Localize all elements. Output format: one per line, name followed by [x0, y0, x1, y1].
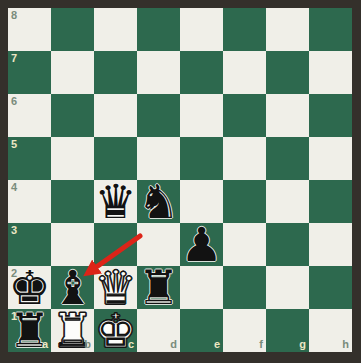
file-label-a: a [42, 339, 48, 350]
black-queen[interactable]: ♛ [94, 180, 137, 223]
file-label-d: d [170, 339, 177, 350]
square-b6[interactable] [51, 94, 94, 137]
square-g8[interactable] [266, 8, 309, 51]
square-h6[interactable] [309, 94, 352, 137]
square-c4[interactable]: ♛ [94, 180, 137, 223]
square-g1[interactable]: g [266, 309, 309, 352]
square-f1[interactable]: f [223, 309, 266, 352]
square-a8[interactable]: 8 [8, 8, 51, 51]
square-c1[interactable]: c♚ [94, 309, 137, 352]
square-h5[interactable] [309, 137, 352, 180]
square-e1[interactable]: e [180, 309, 223, 352]
black-rook[interactable]: ♜ [137, 266, 180, 309]
file-label-f: f [259, 339, 263, 350]
black-pawn[interactable]: ♟ [180, 223, 223, 266]
square-f5[interactable] [223, 137, 266, 180]
chess-board[interactable]: 87654♛♞3♟2♚♝♛♜1a♜b♜c♚defgh [8, 8, 352, 352]
square-h1[interactable]: h [309, 309, 352, 352]
square-a4[interactable]: 4 [8, 180, 51, 223]
square-a1[interactable]: 1a♜ [8, 309, 51, 352]
square-b5[interactable] [51, 137, 94, 180]
square-c7[interactable] [94, 51, 137, 94]
square-e2[interactable] [180, 266, 223, 309]
rank-label-3: 3 [11, 225, 17, 236]
square-g6[interactable] [266, 94, 309, 137]
square-f4[interactable] [223, 180, 266, 223]
file-label-e: e [214, 339, 220, 350]
board-frame: 87654♛♞3♟2♚♝♛♜1a♜b♜c♚defgh [0, 0, 361, 363]
file-label-h: h [342, 339, 349, 350]
rank-label-1: 1 [11, 311, 17, 322]
square-f6[interactable] [223, 94, 266, 137]
square-e5[interactable] [180, 137, 223, 180]
rank-label-4: 4 [11, 182, 17, 193]
square-d6[interactable] [137, 94, 180, 137]
square-g3[interactable] [266, 223, 309, 266]
square-g5[interactable] [266, 137, 309, 180]
square-a6[interactable]: 6 [8, 94, 51, 137]
square-b4[interactable] [51, 180, 94, 223]
square-h8[interactable] [309, 8, 352, 51]
rank-label-5: 5 [11, 139, 17, 150]
square-f8[interactable] [223, 8, 266, 51]
square-f2[interactable] [223, 266, 266, 309]
square-f7[interactable] [223, 51, 266, 94]
rank-label-7: 7 [11, 53, 17, 64]
square-e8[interactable] [180, 8, 223, 51]
square-g2[interactable] [266, 266, 309, 309]
rank-label-2: 2 [11, 268, 17, 279]
square-d8[interactable] [137, 8, 180, 51]
square-a5[interactable]: 5 [8, 137, 51, 180]
square-d2[interactable]: ♜ [137, 266, 180, 309]
file-label-c: c [128, 339, 134, 350]
square-b1[interactable]: b♜ [51, 309, 94, 352]
square-e7[interactable] [180, 51, 223, 94]
square-h4[interactable] [309, 180, 352, 223]
square-c8[interactable] [94, 8, 137, 51]
square-h7[interactable] [309, 51, 352, 94]
file-label-g: g [299, 339, 306, 350]
square-d1[interactable]: d [137, 309, 180, 352]
square-c6[interactable] [94, 94, 137, 137]
rank-label-6: 6 [11, 96, 17, 107]
square-g7[interactable] [266, 51, 309, 94]
square-d4[interactable]: ♞ [137, 180, 180, 223]
black-knight[interactable]: ♞ [137, 180, 180, 223]
square-e3[interactable]: ♟ [180, 223, 223, 266]
file-label-b: b [84, 339, 91, 350]
square-e6[interactable] [180, 94, 223, 137]
square-g4[interactable] [266, 180, 309, 223]
rank-label-8: 8 [11, 10, 17, 21]
square-b8[interactable] [51, 8, 94, 51]
square-h2[interactable] [309, 266, 352, 309]
square-f3[interactable] [223, 223, 266, 266]
square-h3[interactable] [309, 223, 352, 266]
square-d7[interactable] [137, 51, 180, 94]
square-a7[interactable]: 7 [8, 51, 51, 94]
square-b7[interactable] [51, 51, 94, 94]
